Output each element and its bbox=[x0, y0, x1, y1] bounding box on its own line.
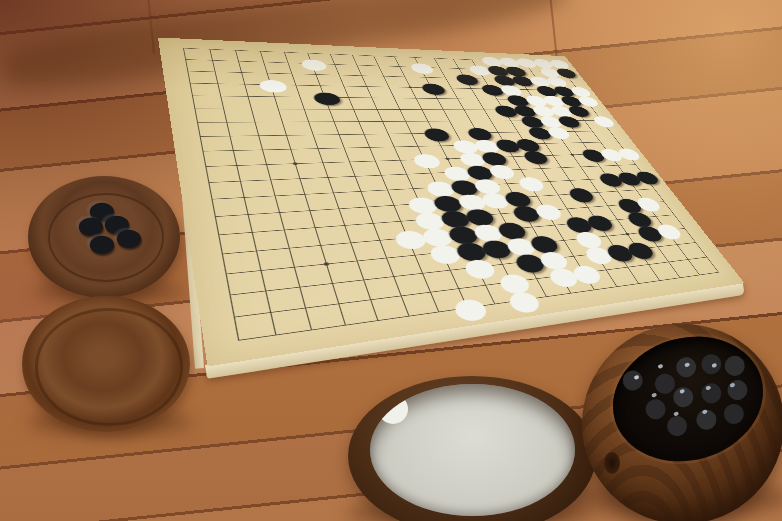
stone-black: ● bbox=[453, 74, 478, 85]
black-stone-bowl bbox=[582, 324, 782, 521]
star-point bbox=[323, 262, 329, 266]
stone-black: ● bbox=[310, 92, 339, 104]
stone-black: ● bbox=[565, 188, 594, 203]
wood-knot bbox=[604, 452, 620, 474]
star-point bbox=[570, 154, 575, 156]
star-point bbox=[292, 162, 297, 165]
stone-black: ● bbox=[520, 151, 548, 164]
stone-black: ● bbox=[420, 128, 449, 141]
stone-white: ● bbox=[460, 259, 495, 280]
stone-black: ● bbox=[418, 83, 444, 94]
lid-with-captured-black-stones: ●●●●● bbox=[28, 176, 180, 298]
stone-white: ● bbox=[298, 59, 325, 70]
black-stones-pile bbox=[620, 368, 645, 393]
go-game-photo-scene: ●●●●●●●●●●●●●●●●●●●●●●●●●●●●●●●●●●●●●●●●… bbox=[0, 0, 782, 521]
lid-ring bbox=[35, 308, 182, 426]
star-point bbox=[624, 233, 629, 236]
stone-white: ● bbox=[407, 63, 433, 74]
white-bowl-opening bbox=[370, 384, 575, 516]
star-point bbox=[445, 157, 450, 159]
captured-black-stone: ● bbox=[88, 236, 116, 252]
star-point bbox=[525, 89, 529, 91]
stone-white: ● bbox=[589, 116, 614, 127]
star-point bbox=[408, 86, 412, 88]
captured-black-stone: ● bbox=[115, 230, 143, 246]
empty-lid bbox=[22, 296, 190, 432]
stone-white: ● bbox=[409, 154, 439, 168]
stone-white: ● bbox=[256, 80, 285, 92]
